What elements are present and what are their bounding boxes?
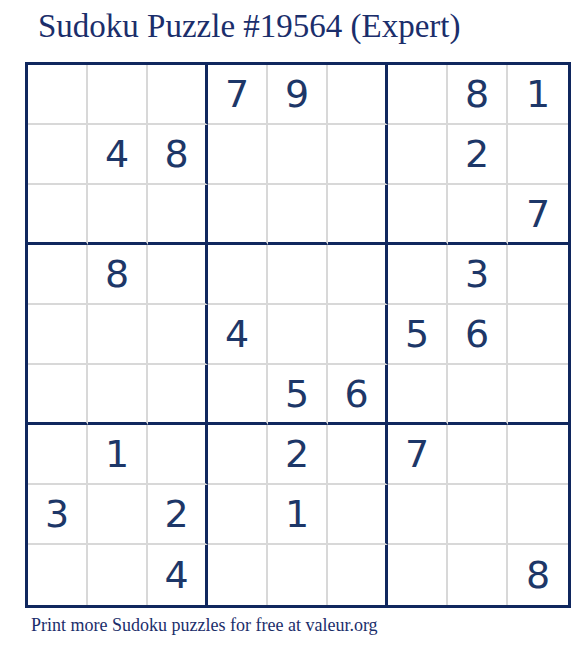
sudoku-cell-r7c2: 1 <box>88 425 148 485</box>
sudoku-cell-r5c5 <box>268 305 328 365</box>
sudoku-print-page: Sudoku Puzzle #19564 (Expert) 7981482783… <box>0 0 580 651</box>
sudoku-cell-r4c8: 3 <box>448 245 508 305</box>
sudoku-cell-r6c2 <box>88 365 148 425</box>
sudoku-cell-r1c5: 9 <box>268 65 328 125</box>
sudoku-cell-r1c2 <box>88 65 148 125</box>
sudoku-cell-r1c8: 8 <box>448 65 508 125</box>
page-title: Sudoku Puzzle #19564 (Expert) <box>38 8 461 44</box>
sudoku-cell-r9c8 <box>448 545 508 605</box>
sudoku-cell-r4c3 <box>148 245 208 305</box>
sudoku-cell-r7c7: 7 <box>388 425 448 485</box>
sudoku-cell-r2c1 <box>28 125 88 185</box>
footer-note: Print more Sudoku puzzles for free at va… <box>31 614 378 637</box>
sudoku-cell-r6c8 <box>448 365 508 425</box>
sudoku-cell-r8c1: 3 <box>28 485 88 545</box>
sudoku-cell-r3c7 <box>388 185 448 245</box>
sudoku-cell-r1c6 <box>328 65 388 125</box>
sudoku-cell-r7c4 <box>208 425 268 485</box>
sudoku-cell-r5c3 <box>148 305 208 365</box>
sudoku-cell-r2c7 <box>388 125 448 185</box>
sudoku-cell-r6c5: 5 <box>268 365 328 425</box>
sudoku-cell-r1c4: 7 <box>208 65 268 125</box>
sudoku-cell-r9c9: 8 <box>508 545 568 605</box>
sudoku-cell-r8c5: 1 <box>268 485 328 545</box>
sudoku-cell-r7c1 <box>28 425 88 485</box>
sudoku-cell-r6c7 <box>388 365 448 425</box>
sudoku-cell-r1c3 <box>148 65 208 125</box>
sudoku-cell-r9c6 <box>328 545 388 605</box>
sudoku-cell-r4c6 <box>328 245 388 305</box>
sudoku-cell-r8c2 <box>88 485 148 545</box>
sudoku-cell-r5c1 <box>28 305 88 365</box>
sudoku-cell-r4c5 <box>268 245 328 305</box>
sudoku-cell-r2c9 <box>508 125 568 185</box>
sudoku-cell-r4c2: 8 <box>88 245 148 305</box>
sudoku-cell-r4c9 <box>508 245 568 305</box>
sudoku-cell-r2c3: 8 <box>148 125 208 185</box>
sudoku-cell-r9c2 <box>88 545 148 605</box>
sudoku-cell-r2c4 <box>208 125 268 185</box>
sudoku-cell-r7c3 <box>148 425 208 485</box>
sudoku-cell-r8c9 <box>508 485 568 545</box>
sudoku-cell-r6c6: 6 <box>328 365 388 425</box>
sudoku-cell-r2c8: 2 <box>448 125 508 185</box>
sudoku-cell-r3c9: 7 <box>508 185 568 245</box>
sudoku-cell-r9c1 <box>28 545 88 605</box>
sudoku-cell-r9c5 <box>268 545 328 605</box>
sudoku-cell-r3c4 <box>208 185 268 245</box>
sudoku-cell-r8c8 <box>448 485 508 545</box>
sudoku-cell-r9c4 <box>208 545 268 605</box>
sudoku-cell-r7c8 <box>448 425 508 485</box>
sudoku-cell-r7c6 <box>328 425 388 485</box>
sudoku-cell-r9c3: 4 <box>148 545 208 605</box>
sudoku-cell-r5c6 <box>328 305 388 365</box>
sudoku-cell-r6c4 <box>208 365 268 425</box>
sudoku-cell-r9c7 <box>388 545 448 605</box>
sudoku-cell-r8c6 <box>328 485 388 545</box>
sudoku-cell-r5c7: 5 <box>388 305 448 365</box>
sudoku-cell-r3c5 <box>268 185 328 245</box>
sudoku-cell-r2c6 <box>328 125 388 185</box>
sudoku-cell-r3c8 <box>448 185 508 245</box>
sudoku-cell-r6c9 <box>508 365 568 425</box>
sudoku-cell-r6c1 <box>28 365 88 425</box>
sudoku-cell-r7c5: 2 <box>268 425 328 485</box>
sudoku-cell-r3c6 <box>328 185 388 245</box>
sudoku-cell-r5c9 <box>508 305 568 365</box>
sudoku-cell-r8c4 <box>208 485 268 545</box>
sudoku-cell-r5c8: 6 <box>448 305 508 365</box>
sudoku-cell-r4c1 <box>28 245 88 305</box>
sudoku-cell-r7c9 <box>508 425 568 485</box>
sudoku-cell-r4c7 <box>388 245 448 305</box>
sudoku-cell-r5c4: 4 <box>208 305 268 365</box>
sudoku-cell-r1c1 <box>28 65 88 125</box>
sudoku-board: 79814827834565612732148 <box>25 62 571 608</box>
sudoku-cell-r3c1 <box>28 185 88 245</box>
sudoku-cell-r4c4 <box>208 245 268 305</box>
sudoku-cell-r6c3 <box>148 365 208 425</box>
sudoku-cell-r5c2 <box>88 305 148 365</box>
sudoku-cell-r3c3 <box>148 185 208 245</box>
sudoku-cell-r1c7 <box>388 65 448 125</box>
sudoku-cell-r8c7 <box>388 485 448 545</box>
sudoku-cell-r8c3: 2 <box>148 485 208 545</box>
sudoku-cell-r3c2 <box>88 185 148 245</box>
sudoku-cell-r1c9: 1 <box>508 65 568 125</box>
sudoku-cell-r2c2: 4 <box>88 125 148 185</box>
sudoku-cell-r2c5 <box>268 125 328 185</box>
